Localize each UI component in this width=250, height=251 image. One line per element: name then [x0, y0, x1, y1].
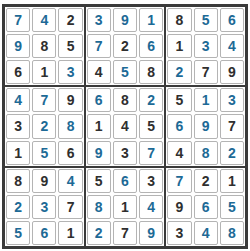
- sudoku-cell-r2c6[interactable]: 6: [139, 34, 163, 58]
- cell-digit: 5: [121, 65, 129, 79]
- sudoku-cell-r3c9[interactable]: 9: [220, 60, 244, 84]
- sudoku-page: 7429856133917264588561342794793281566821…: [0, 0, 250, 251]
- sudoku-cell-r6c6[interactable]: 7: [139, 141, 163, 165]
- cell-digit: 7: [147, 146, 155, 160]
- cell-digit: 8: [202, 146, 210, 160]
- cell-digit: 4: [176, 146, 184, 160]
- cell-digit: 4: [14, 93, 22, 107]
- sudoku-cell-r1c7[interactable]: 8: [167, 8, 191, 32]
- sudoku-cell-r6c4[interactable]: 9: [87, 141, 111, 165]
- sudoku-cell-r7c3[interactable]: 4: [58, 169, 82, 193]
- sudoku-cell-r8c2[interactable]: 3: [32, 195, 56, 219]
- cell-digit: 6: [228, 13, 236, 27]
- cell-digit: 8: [121, 93, 129, 107]
- sudoku-box-7: 894237561: [5, 168, 84, 246]
- cell-digit: 6: [95, 93, 103, 107]
- cell-digit: 2: [176, 65, 184, 79]
- sudoku-box-9: 721965348: [166, 168, 245, 246]
- sudoku-cell-r4c5[interactable]: 8: [113, 88, 137, 112]
- cell-digit: 7: [228, 119, 236, 133]
- sudoku-cell-r9c2[interactable]: 6: [32, 221, 56, 245]
- cell-digit: 6: [40, 226, 48, 240]
- sudoku-cell-r5c7[interactable]: 6: [167, 114, 191, 138]
- cell-digit: 2: [40, 119, 48, 133]
- cell-digit: 9: [176, 200, 184, 214]
- cell-digit: 9: [228, 65, 236, 79]
- sudoku-cell-r7c5[interactable]: 6: [113, 169, 137, 193]
- sudoku-cell-r5c9[interactable]: 7: [220, 114, 244, 138]
- cell-digit: 6: [67, 146, 75, 160]
- sudoku-cell-r2c4[interactable]: 7: [87, 34, 111, 58]
- cell-digit: 4: [228, 39, 236, 53]
- cell-digit: 5: [67, 39, 75, 53]
- cell-digit: 1: [67, 226, 75, 240]
- sudoku-cell-r7c7[interactable]: 7: [167, 169, 191, 193]
- sudoku-cell-r5c3[interactable]: 8: [58, 114, 82, 138]
- cell-digit: 7: [67, 200, 75, 214]
- sudoku-cell-r8c4[interactable]: 8: [87, 195, 111, 219]
- sudoku-cell-r8c3[interactable]: 7: [58, 195, 82, 219]
- sudoku-cell-r9c7[interactable]: 3: [167, 221, 191, 245]
- cell-digit: 3: [95, 13, 103, 27]
- cell-digit: 2: [121, 39, 129, 53]
- cell-digit: 7: [202, 65, 210, 79]
- cell-digit: 1: [202, 93, 210, 107]
- sudoku-cell-r6c3[interactable]: 6: [58, 141, 82, 165]
- sudoku-box-2: 391726458: [86, 7, 165, 85]
- sudoku-cell-r7c2[interactable]: 9: [32, 169, 56, 193]
- cell-digit: 1: [228, 174, 236, 188]
- sudoku-cell-r4c6[interactable]: 2: [139, 88, 163, 112]
- sudoku-cell-r3c6[interactable]: 8: [139, 60, 163, 84]
- sudoku-board: 7429856133917264588561342794793281566821…: [2, 4, 248, 249]
- cell-digit: 1: [176, 39, 184, 53]
- sudoku-box-3: 856134279: [166, 7, 245, 85]
- sudoku-cell-r1c9[interactable]: 6: [220, 8, 244, 32]
- cell-digit: 7: [176, 174, 184, 188]
- sudoku-cell-r3c8[interactable]: 7: [194, 60, 218, 84]
- cell-digit: 5: [14, 226, 22, 240]
- sudoku-cell-r3c2[interactable]: 1: [32, 60, 56, 84]
- cell-digit: 2: [95, 226, 103, 240]
- cell-digit: 9: [40, 174, 48, 188]
- sudoku-cell-r3c4[interactable]: 4: [87, 60, 111, 84]
- sudoku-cell-r7c1[interactable]: 8: [6, 169, 30, 193]
- cell-digit: 5: [95, 174, 103, 188]
- cell-digit: 4: [121, 119, 129, 133]
- sudoku-cell-r5c2[interactable]: 2: [32, 114, 56, 138]
- sudoku-cell-r8c5[interactable]: 1: [113, 195, 137, 219]
- sudoku-cell-r4c1[interactable]: 4: [6, 88, 30, 112]
- sudoku-cell-r1c4[interactable]: 3: [87, 8, 111, 32]
- sudoku-cell-r1c1[interactable]: 7: [6, 8, 30, 32]
- sudoku-box-5: 682145937: [86, 87, 165, 165]
- cell-digit: 8: [40, 39, 48, 53]
- cell-digit: 1: [147, 13, 155, 27]
- cell-digit: 4: [67, 174, 75, 188]
- sudoku-cell-r2c3[interactable]: 5: [58, 34, 82, 58]
- cell-digit: 1: [40, 65, 48, 79]
- sudoku-box-1: 742985613: [5, 7, 84, 85]
- cell-digit: 2: [147, 93, 155, 107]
- sudoku-cell-r2c8[interactable]: 3: [194, 34, 218, 58]
- sudoku-cell-r6c1[interactable]: 1: [6, 141, 30, 165]
- cell-digit: 2: [14, 200, 22, 214]
- sudoku-cell-r3c5[interactable]: 5: [113, 60, 137, 84]
- cell-digit: 8: [176, 13, 184, 27]
- sudoku-cell-r9c4[interactable]: 2: [87, 221, 111, 245]
- sudoku-cell-r7c4[interactable]: 5: [87, 169, 111, 193]
- cell-digit: 8: [95, 200, 103, 214]
- sudoku-box-6: 513697482: [166, 87, 245, 165]
- sudoku-cell-r9c8[interactable]: 4: [194, 221, 218, 245]
- sudoku-cell-r6c5[interactable]: 3: [113, 141, 137, 165]
- cell-digit: 8: [67, 119, 75, 133]
- cell-digit: 6: [14, 65, 22, 79]
- cell-digit: 3: [121, 146, 129, 160]
- cell-digit: 3: [14, 119, 22, 133]
- sudoku-cell-r1c5[interactable]: 9: [113, 8, 137, 32]
- sudoku-cell-r7c6[interactable]: 3: [139, 169, 163, 193]
- sudoku-cell-r8c7[interactable]: 9: [167, 195, 191, 219]
- sudoku-cell-r1c6[interactable]: 1: [139, 8, 163, 32]
- cell-digit: 1: [95, 119, 103, 133]
- sudoku-cell-r4c4[interactable]: 6: [87, 88, 111, 112]
- sudoku-cell-r8c8[interactable]: 6: [194, 195, 218, 219]
- sudoku-cell-r3c3[interactable]: 3: [58, 60, 82, 84]
- sudoku-cell-r9c5[interactable]: 7: [113, 221, 137, 245]
- sudoku-cell-r6c2[interactable]: 5: [32, 141, 56, 165]
- sudoku-cell-r4c3[interactable]: 9: [58, 88, 82, 112]
- cell-digit: 6: [176, 119, 184, 133]
- cell-digit: 3: [176, 226, 184, 240]
- cell-digit: 9: [202, 119, 210, 133]
- cell-digit: 3: [202, 39, 210, 53]
- sudoku-cell-r2c2[interactable]: 8: [32, 34, 56, 58]
- sudoku-cell-r8c9[interactable]: 5: [220, 195, 244, 219]
- sudoku-cell-r5c4[interactable]: 1: [87, 114, 111, 138]
- sudoku-cell-r2c7[interactable]: 1: [167, 34, 191, 58]
- sudoku-cell-r2c1[interactable]: 9: [6, 34, 30, 58]
- sudoku-box-8: 563814279: [86, 168, 165, 246]
- sudoku-cell-r6c9[interactable]: 2: [220, 141, 244, 165]
- sudoku-cell-r4c8[interactable]: 1: [194, 88, 218, 112]
- cell-digit: 8: [228, 226, 236, 240]
- cell-digit: 4: [95, 65, 103, 79]
- cell-digit: 1: [14, 146, 22, 160]
- sudoku-cell-r7c9[interactable]: 1: [220, 169, 244, 193]
- sudoku-cell-r8c6[interactable]: 4: [139, 195, 163, 219]
- cell-digit: 2: [67, 13, 75, 27]
- cell-digit: 3: [228, 93, 236, 107]
- cell-digit: 5: [176, 93, 184, 107]
- sudoku-cell-r5c5[interactable]: 4: [113, 114, 137, 138]
- cell-digit: 7: [40, 93, 48, 107]
- cell-digit: 5: [228, 200, 236, 214]
- cell-digit: 9: [147, 226, 155, 240]
- cell-digit: 3: [67, 65, 75, 79]
- sudoku-cell-r6c7[interactable]: 4: [167, 141, 191, 165]
- cell-digit: 8: [147, 65, 155, 79]
- cell-digit: 8: [14, 174, 22, 188]
- sudoku-cell-r2c5[interactable]: 2: [113, 34, 137, 58]
- sudoku-cell-r3c7[interactable]: 2: [167, 60, 191, 84]
- cell-digit: 2: [202, 174, 210, 188]
- sudoku-cell-r5c8[interactable]: 9: [194, 114, 218, 138]
- sudoku-cell-r8c1[interactable]: 2: [6, 195, 30, 219]
- cell-digit: 5: [202, 13, 210, 27]
- cell-digit: 6: [147, 39, 155, 53]
- sudoku-cell-r9c1[interactable]: 5: [6, 221, 30, 245]
- sudoku-cell-r9c9[interactable]: 8: [220, 221, 244, 245]
- sudoku-cell-r7c8[interactable]: 2: [194, 169, 218, 193]
- sudoku-cell-r4c7[interactable]: 5: [167, 88, 191, 112]
- sudoku-cell-r4c9[interactable]: 3: [220, 88, 244, 112]
- sudoku-cell-r5c1[interactable]: 3: [6, 114, 30, 138]
- sudoku-cell-r3c1[interactable]: 6: [6, 60, 30, 84]
- cell-digit: 6: [202, 200, 210, 214]
- cell-digit: 3: [147, 174, 155, 188]
- cell-digit: 9: [121, 13, 129, 27]
- cell-digit: 4: [147, 200, 155, 214]
- cell-digit: 5: [147, 119, 155, 133]
- cell-digit: 4: [40, 13, 48, 27]
- sudoku-box-4: 479328156: [5, 87, 84, 165]
- cell-digit: 7: [121, 226, 129, 240]
- sudoku-cell-r2c9[interactable]: 4: [220, 34, 244, 58]
- cell-digit: 1: [121, 200, 129, 214]
- cell-digit: 5: [40, 146, 48, 160]
- cell-digit: 6: [121, 174, 129, 188]
- cell-digit: 9: [67, 93, 75, 107]
- sudoku-cell-r6c8[interactable]: 8: [194, 141, 218, 165]
- sudoku-cell-r1c2[interactable]: 4: [32, 8, 56, 32]
- cell-digit: 7: [14, 13, 22, 27]
- sudoku-cell-r9c3[interactable]: 1: [58, 221, 82, 245]
- cell-digit: 9: [14, 39, 22, 53]
- cell-digit: 9: [95, 146, 103, 160]
- sudoku-cell-r1c8[interactable]: 5: [194, 8, 218, 32]
- sudoku-cell-r9c6[interactable]: 9: [139, 221, 163, 245]
- sudoku-cell-r1c3[interactable]: 2: [58, 8, 82, 32]
- cell-digit: 2: [228, 146, 236, 160]
- sudoku-cell-r4c2[interactable]: 7: [32, 88, 56, 112]
- cell-digit: 4: [202, 226, 210, 240]
- sudoku-cell-r5c6[interactable]: 5: [139, 114, 163, 138]
- cell-digit: 7: [95, 39, 103, 53]
- cell-digit: 3: [40, 200, 48, 214]
